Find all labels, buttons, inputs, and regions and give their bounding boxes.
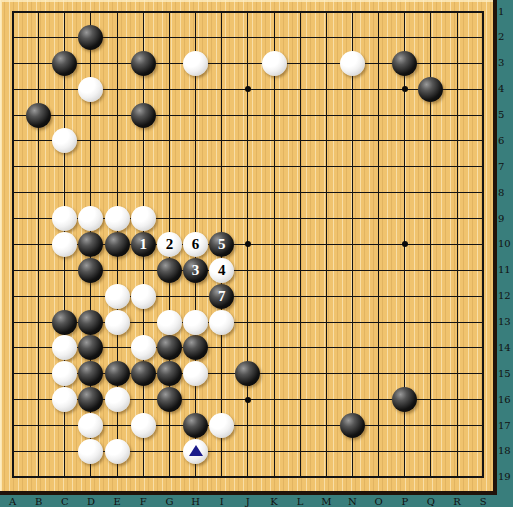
white-stone-C16 <box>52 387 77 412</box>
white-stone-I17 <box>209 413 234 438</box>
column-label-G: G <box>161 496 177 507</box>
black-stone-C3 <box>52 51 77 76</box>
black-stone-G11 <box>157 258 182 283</box>
move-number: 5 <box>218 236 226 251</box>
black-stone-Q4 <box>418 77 443 102</box>
row-label-9: 9 <box>498 213 513 224</box>
white-stone-F9 <box>131 206 156 231</box>
column-label-A: A <box>5 496 21 507</box>
white-stone-D17 <box>78 413 103 438</box>
row-label-16: 16 <box>498 394 513 405</box>
white-stone-D4 <box>78 77 103 102</box>
move-number: 7 <box>218 288 226 303</box>
black-stone-H17 <box>183 413 208 438</box>
star-point <box>245 86 251 92</box>
white-stone-C6 <box>52 128 77 153</box>
column-label-S: S <box>475 496 491 507</box>
row-label-14: 14 <box>498 342 513 353</box>
row-label-10: 10 <box>498 238 513 249</box>
white-stone-G10: 2 <box>157 232 182 257</box>
row-label-12: 12 <box>498 290 513 301</box>
white-stone-E9 <box>105 206 130 231</box>
black-stone-D15 <box>78 361 103 386</box>
white-stone-F17 <box>131 413 156 438</box>
black-stone-F5 <box>131 103 156 128</box>
move-number: 4 <box>218 262 226 277</box>
white-stone-H15 <box>183 361 208 386</box>
move-number: 3 <box>192 262 200 277</box>
black-stone-F15 <box>131 361 156 386</box>
move-number: 6 <box>192 236 200 251</box>
black-stone-H14 <box>183 335 208 360</box>
column-label-J: J <box>240 496 256 507</box>
column-label-N: N <box>344 496 360 507</box>
black-stone-F10: 1 <box>131 232 156 257</box>
star-point <box>245 397 251 403</box>
row-label-13: 13 <box>498 316 513 327</box>
row-label-4: 4 <box>498 83 513 94</box>
white-stone-E16 <box>105 387 130 412</box>
grid-line-vertical <box>378 11 379 479</box>
grid-line-vertical <box>274 11 275 479</box>
black-stone-P3 <box>392 51 417 76</box>
column-label-R: R <box>449 496 465 507</box>
black-stone-B5 <box>26 103 51 128</box>
star-point <box>402 86 408 92</box>
black-stone-I10: 5 <box>209 232 234 257</box>
black-stone-D16 <box>78 387 103 412</box>
column-label-C: C <box>57 496 73 507</box>
triangle-marker <box>189 445 203 456</box>
white-stone-C10 <box>52 232 77 257</box>
black-stone-D14 <box>78 335 103 360</box>
row-label-15: 15 <box>498 368 513 379</box>
column-label-I: I <box>214 496 230 507</box>
row-label-19: 19 <box>498 471 513 482</box>
white-stone-G13 <box>157 310 182 335</box>
row-label-18: 18 <box>498 445 513 456</box>
grid-line-vertical <box>457 11 458 479</box>
white-stone-H10: 6 <box>183 232 208 257</box>
row-label-1: 1 <box>498 6 513 17</box>
grid-line-horizontal <box>12 296 485 297</box>
row-label-2: 2 <box>498 31 513 42</box>
row-label-3: 3 <box>498 57 513 68</box>
white-stone-C9 <box>52 206 77 231</box>
black-stone-D10 <box>78 232 103 257</box>
white-stone-D18 <box>78 439 103 464</box>
white-stone-I11: 4 <box>209 258 234 283</box>
black-stone-G15 <box>157 361 182 386</box>
white-stone-E18 <box>105 439 130 464</box>
move-number: 1 <box>140 236 148 251</box>
move-number: 2 <box>166 236 174 251</box>
white-stone-E13 <box>105 310 130 335</box>
black-stone-D11 <box>78 258 103 283</box>
row-label-6: 6 <box>498 135 513 146</box>
row-label-8: 8 <box>498 187 513 198</box>
row-label-17: 17 <box>498 420 513 431</box>
black-stone-E10 <box>105 232 130 257</box>
star-point <box>402 241 408 247</box>
white-stone-C14 <box>52 335 77 360</box>
column-label-P: P <box>397 496 413 507</box>
white-stone-F12 <box>131 284 156 309</box>
column-label-L: L <box>292 496 308 507</box>
row-label-7: 7 <box>498 161 513 172</box>
grid-line-vertical <box>482 11 484 479</box>
column-label-O: O <box>371 496 387 507</box>
grid-line-vertical <box>326 11 327 479</box>
black-stone-F3 <box>131 51 156 76</box>
white-stone-D9 <box>78 206 103 231</box>
go-diagram: 1537264 ABCDEFGHIJKLMNOPQRS1234567891011… <box>0 0 513 507</box>
column-label-D: D <box>83 496 99 507</box>
white-stone-E12 <box>105 284 130 309</box>
black-stone-C13 <box>52 310 77 335</box>
column-label-E: E <box>109 496 125 507</box>
grid-line-vertical <box>300 11 301 479</box>
black-stone-G16 <box>157 387 182 412</box>
white-stone-F14 <box>131 335 156 360</box>
black-stone-N17 <box>340 413 365 438</box>
white-stone-N3 <box>340 51 365 76</box>
go-board[interactable]: 1537264 <box>0 0 497 495</box>
black-stone-I12: 7 <box>209 284 234 309</box>
column-label-F: F <box>135 496 151 507</box>
white-stone-I13 <box>209 310 234 335</box>
black-stone-G14 <box>157 335 182 360</box>
black-stone-P16 <box>392 387 417 412</box>
black-stone-D13 <box>78 310 103 335</box>
column-label-H: H <box>188 496 204 507</box>
column-label-B: B <box>31 496 47 507</box>
black-stone-D2 <box>78 25 103 50</box>
white-stone-H3 <box>183 51 208 76</box>
column-label-M: M <box>318 496 334 507</box>
column-label-K: K <box>266 496 282 507</box>
column-label-Q: Q <box>423 496 439 507</box>
black-stone-H11: 3 <box>183 258 208 283</box>
grid-line-horizontal <box>12 476 485 478</box>
grid-line-vertical <box>352 11 353 479</box>
black-stone-E15 <box>105 361 130 386</box>
black-stone-J15 <box>235 361 260 386</box>
white-stone-H13 <box>183 310 208 335</box>
row-label-5: 5 <box>498 109 513 120</box>
star-point <box>245 241 251 247</box>
white-stone-K3 <box>262 51 287 76</box>
white-stone-C15 <box>52 361 77 386</box>
row-label-11: 11 <box>498 264 513 275</box>
